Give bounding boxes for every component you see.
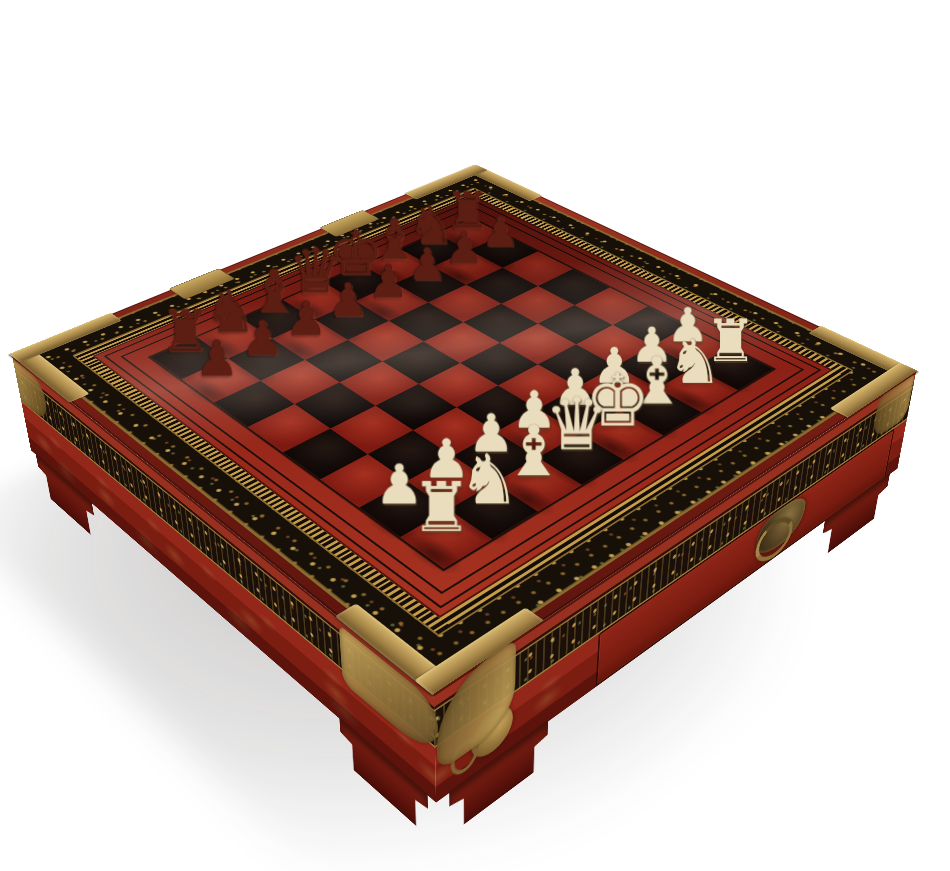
piece-white-rook[interactable]: ♜ [388,473,494,542]
piece-black-pawn[interactable]: ♟ [171,333,263,382]
chess-box: ♜♟♟♜♞♟♟♞♝♟♟♝♚♟♟♚♛♟♟♛♝♟♟♝♞♟♟♞♜♟♟♜ [12,166,916,694]
square-a7[interactable]: ♟ [182,359,261,403]
photo-scene: ♜♟♟♜♞♟♟♞♝♟♟♝♚♟♟♚♛♟♟♛♝♟♟♝♞♟♟♞♜♟♟♜ [0,0,950,871]
